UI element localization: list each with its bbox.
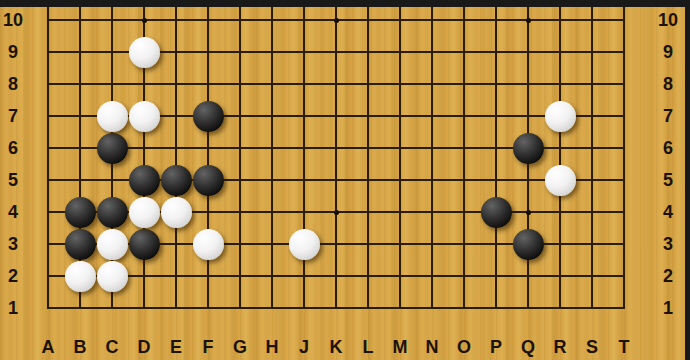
grid-line-row-1 (47, 307, 625, 309)
col-label-O: O (450, 338, 478, 356)
stone-black-P4 (481, 197, 512, 228)
row-label-left-10: 10 (0, 11, 27, 29)
stone-black-F7 (193, 101, 224, 132)
grid-line-row-8 (47, 83, 625, 85)
col-label-M: M (386, 338, 414, 356)
stone-black-Q6 (513, 133, 544, 164)
col-label-G: G (226, 338, 254, 356)
col-label-L: L (354, 338, 382, 356)
row-label-right-2: 2 (654, 267, 682, 285)
row-label-left-6: 6 (0, 139, 27, 157)
col-label-P: P (482, 338, 510, 356)
row-label-right-5: 5 (654, 171, 682, 189)
row-label-left-8: 8 (0, 75, 27, 93)
col-label-D: D (130, 338, 158, 356)
col-label-B: B (66, 338, 94, 356)
stone-white-E4 (161, 197, 192, 228)
star-point-K10 (334, 18, 339, 23)
stone-black-F5 (193, 165, 224, 196)
star-point-Q4 (526, 210, 531, 215)
col-label-R: R (546, 338, 574, 356)
row-label-right-7: 7 (654, 107, 682, 125)
row-label-left-9: 9 (0, 43, 27, 61)
col-label-S: S (578, 338, 606, 356)
row-label-left-3: 3 (0, 235, 27, 253)
col-label-Q: Q (514, 338, 542, 356)
col-label-E: E (162, 338, 190, 356)
stone-black-C6 (97, 133, 128, 164)
stone-white-C7 (97, 101, 128, 132)
stone-black-E5 (161, 165, 192, 196)
top-frame-bar (0, 0, 690, 7)
row-label-right-10: 10 (654, 11, 682, 29)
row-label-left-1: 1 (0, 299, 27, 317)
star-point-D10 (142, 18, 147, 23)
col-label-H: H (258, 338, 286, 356)
stone-white-D9 (129, 37, 160, 68)
stone-black-B4 (65, 197, 96, 228)
stone-white-B2 (65, 261, 96, 292)
stone-white-D7 (129, 101, 160, 132)
stone-white-D4 (129, 197, 160, 228)
stone-black-Q3 (513, 229, 544, 260)
go-board-screenshot: 1010998877665544332211ABCDEFGHJKLMNOPQRS… (0, 0, 690, 360)
stone-white-C3 (97, 229, 128, 260)
right-frame-bar (685, 0, 690, 360)
row-label-right-1: 1 (654, 299, 682, 317)
row-label-right-4: 4 (654, 203, 682, 221)
col-label-K: K (322, 338, 350, 356)
row-label-left-5: 5 (0, 171, 27, 189)
row-label-right-6: 6 (654, 139, 682, 157)
stone-white-R7 (545, 101, 576, 132)
row-label-right-9: 9 (654, 43, 682, 61)
row-label-right-8: 8 (654, 75, 682, 93)
stone-white-F3 (193, 229, 224, 260)
col-label-T: T (610, 338, 638, 356)
col-label-C: C (98, 338, 126, 356)
stone-white-J3 (289, 229, 320, 260)
star-point-K4 (334, 210, 339, 215)
row-label-left-7: 7 (0, 107, 27, 125)
row-label-right-3: 3 (654, 235, 682, 253)
star-point-Q10 (526, 18, 531, 23)
col-label-N: N (418, 338, 446, 356)
stone-black-D5 (129, 165, 160, 196)
stone-black-D3 (129, 229, 160, 260)
grid-line-row-2 (47, 275, 625, 277)
col-label-F: F (194, 338, 222, 356)
col-label-J: J (290, 338, 318, 356)
col-label-A: A (34, 338, 62, 356)
stone-white-C2 (97, 261, 128, 292)
stone-black-B3 (65, 229, 96, 260)
stone-black-C4 (97, 197, 128, 228)
stone-white-R5 (545, 165, 576, 196)
row-label-left-4: 4 (0, 203, 27, 221)
row-label-left-2: 2 (0, 267, 27, 285)
